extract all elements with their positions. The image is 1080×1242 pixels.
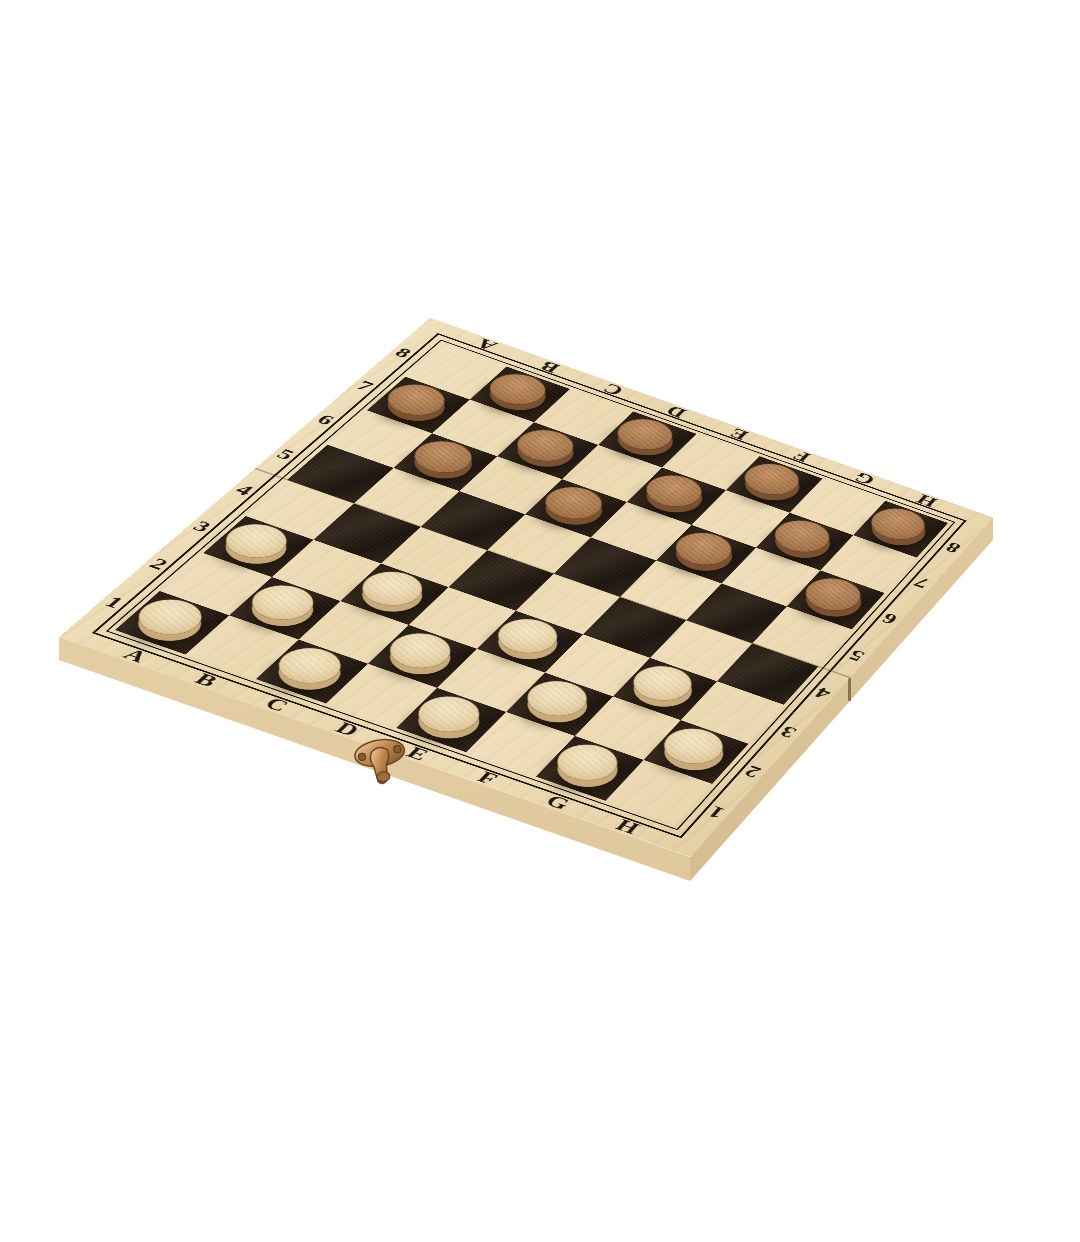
brass-latch-icon: [350, 733, 410, 791]
board-surface: AABBCCDDEEFFGGHH8877665544332211 ⛂⛂⛂⛂⛂⛂⛂…: [59, 318, 993, 857]
fold-seam-edge-notch: [848, 678, 851, 701]
product-photo-stage: { "scene": { "description": "Angled prod…: [0, 0, 1080, 1242]
